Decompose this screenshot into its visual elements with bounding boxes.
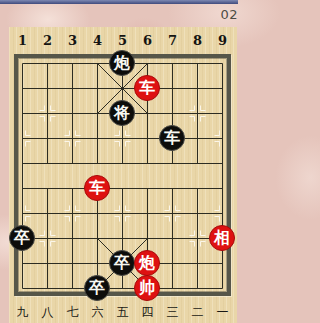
- red-chariot-1[interactable]: 车: [134, 75, 160, 101]
- coordinate-label: 4: [85, 33, 110, 48]
- coordinate-label: 3: [60, 33, 85, 48]
- coordinate-label: 三: [160, 304, 185, 321]
- red-chariot-2[interactable]: 车: [84, 175, 110, 201]
- window-top-bar: [0, 0, 238, 4]
- coordinate-label: 9: [210, 33, 235, 48]
- black-soldier-3[interactable]: 卒: [84, 275, 110, 301]
- coordinate-label: 九: [10, 304, 35, 321]
- coordinate-label: 八: [35, 304, 60, 321]
- black-general[interactable]: 将: [109, 100, 135, 126]
- coordinate-label: 一: [210, 304, 235, 321]
- coordinate-label: 二: [185, 304, 210, 321]
- red-general[interactable]: 帅: [134, 275, 160, 301]
- coordinate-label: 6: [135, 33, 160, 48]
- black-chariot[interactable]: 车: [159, 125, 185, 151]
- rank-labels-bottom: 九八七六五四三二一: [9, 304, 237, 320]
- black-soldier-1[interactable]: 卒: [9, 225, 35, 251]
- coordinate-label: 5: [110, 33, 135, 48]
- file-labels-top: 123456789: [9, 33, 237, 49]
- coordinate-label: 1: [10, 33, 35, 48]
- red-elephant[interactable]: 相: [209, 225, 235, 251]
- coordinate-label: 8: [185, 33, 210, 48]
- xiangqi-board-panel: 123456789 炮车将车车卒相卒炮卒帅 九八七六五四三二一: [9, 27, 237, 323]
- puzzle-number: 02: [220, 7, 238, 22]
- black-cannon[interactable]: 炮: [109, 50, 135, 76]
- coordinate-label: 五: [110, 304, 135, 321]
- red-cannon[interactable]: 炮: [134, 250, 160, 276]
- coordinate-label: 七: [60, 304, 85, 321]
- coordinate-label: 四: [135, 304, 160, 321]
- coordinate-label: 7: [160, 33, 185, 48]
- coordinate-label: 六: [85, 304, 110, 321]
- coordinate-label: 2: [35, 33, 60, 48]
- black-soldier-2[interactable]: 卒: [109, 250, 135, 276]
- piece-grid: 炮车将车车卒相卒炮卒帅: [10, 51, 235, 301]
